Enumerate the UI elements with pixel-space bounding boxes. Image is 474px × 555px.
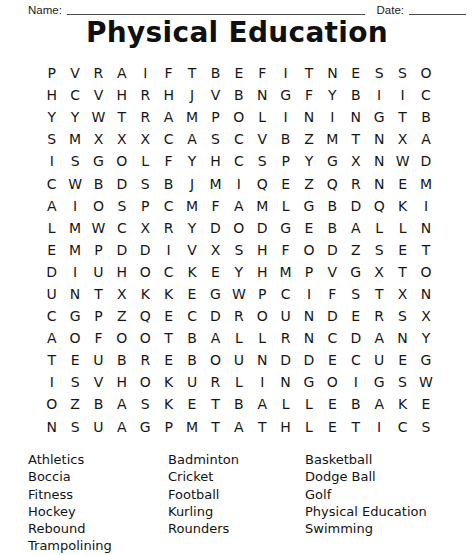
grid-cell-r2c10[interactable]: N [251,84,274,106]
grid-cell-r14c2[interactable]: E [63,349,86,371]
grid-cell-r3c9[interactable]: O [227,106,250,128]
grid-cell-r6c6[interactable]: B [157,172,180,194]
grid-cell-r3c3[interactable]: W [87,106,110,128]
grid-cell-r14c4[interactable]: B [110,349,133,371]
grid-cell-r13c6[interactable]: T [157,327,180,349]
grid-cell-r14c1[interactable]: T [40,349,63,371]
grid-cell-r11c17[interactable]: N [414,283,437,305]
grid-cell-r5c6[interactable]: F [157,150,180,172]
grid-cell-r11c4[interactable]: X [110,283,133,305]
grid-cell-r5c5[interactable]: L [134,150,157,172]
grid-cell-r4c7[interactable]: A [180,128,203,150]
grid-cell-r8c11[interactable]: G [274,217,297,239]
grid-cell-r2c15[interactable]: I [367,84,390,106]
grid-cell-r2c2[interactable]: C [63,84,86,106]
grid-cell-r17c3[interactable]: U [87,416,110,438]
grid-cell-r17c8[interactable]: T [204,416,227,438]
grid-cell-r4c6[interactable]: C [157,128,180,150]
grid-cell-r8c9[interactable]: O [227,217,250,239]
grid-cell-r4c12[interactable]: Z [297,128,320,150]
grid-cell-r6c9[interactable]: I [227,172,250,194]
grid-cell-r16c13[interactable]: E [321,393,344,415]
grid-cell-r9c2[interactable]: M [63,239,86,261]
grid-cell-r8c16[interactable]: L [391,217,414,239]
grid-cell-r15c13[interactable]: O [321,371,344,393]
grid-cell-r10c8[interactable]: E [204,261,227,283]
grid-cell-r1c10[interactable]: F [251,62,274,84]
grid-cell-r16c6[interactable]: K [157,393,180,415]
grid-cell-r17c17[interactable]: S [414,416,437,438]
grid-cell-r11c12[interactable]: I [297,283,320,305]
grid-cell-r4c4[interactable]: X [110,128,133,150]
grid-cell-r2c13[interactable]: Y [321,84,344,106]
grid-cell-r10c17[interactable]: O [414,261,437,283]
grid-cell-r6c4[interactable]: D [110,172,133,194]
grid-cell-r12c14[interactable]: E [344,305,367,327]
grid-cell-r8c17[interactable]: N [414,217,437,239]
grid-cell-r8c3[interactable]: W [87,217,110,239]
grid-cell-r2c16[interactable]: I [391,84,414,106]
grid-cell-r16c12[interactable]: L [297,393,320,415]
grid-cell-r5c2[interactable]: S [63,150,86,172]
grid-cell-r5c17[interactable]: D [414,150,437,172]
grid-cell-r7c12[interactable]: G [297,195,320,217]
grid-cell-r17c1[interactable]: N [40,416,63,438]
grid-cell-r13c17[interactable]: Y [414,327,437,349]
grid-cell-r9c11[interactable]: F [274,239,297,261]
grid-cell-r3c10[interactable]: L [251,106,274,128]
word-item: Basketball [305,451,465,468]
grid-cell-r17c4[interactable]: A [110,416,133,438]
grid-cell-r16c8[interactable]: T [204,393,227,415]
grid-cell-r12c9[interactable]: R [227,305,250,327]
grid-cell-r10c6[interactable]: C [157,261,180,283]
grid-cell-r9c6[interactable]: I [157,239,180,261]
grid-cell-r2c7[interactable]: J [180,84,203,106]
grid-cell-r16c10[interactable]: A [251,393,274,415]
grid-cell-r12c4[interactable]: Z [110,305,133,327]
grid-cell-r15c3[interactable]: V [87,371,110,393]
grid-cell-r7c15[interactable]: Q [367,195,390,217]
grid-cell-r11c2[interactable]: N [63,283,86,305]
grid-cell-r12c8[interactable]: D [204,305,227,327]
grid-cell-r10c9[interactable]: Y [227,261,250,283]
grid-cell-r15c15[interactable]: G [367,371,390,393]
grid-cell-r9c14[interactable]: Z [344,239,367,261]
grid-cell-r10c13[interactable]: V [321,261,344,283]
grid-cell-r1c9[interactable]: E [227,62,250,84]
grid-cell-r9c17[interactable]: T [414,239,437,261]
grid-cell-r17c5[interactable]: G [134,416,157,438]
grid-cell-r8c1[interactable]: L [40,217,63,239]
grid-cell-r13c10[interactable]: L [251,327,274,349]
grid-cell-r9c4[interactable]: D [110,239,133,261]
grid-cell-r3c11[interactable]: I [274,106,297,128]
grid-cell-r3c16[interactable]: T [391,106,414,128]
grid-cell-r8c5[interactable]: X [134,217,157,239]
grid-cell-r4c9[interactable]: C [227,128,250,150]
grid-cell-r6c16[interactable]: E [391,172,414,194]
grid-cell-r8c15[interactable]: L [367,217,390,239]
grid-cell-r10c2[interactable]: I [63,261,86,283]
grid-cell-r8c14[interactable]: A [344,217,367,239]
grid-cell-r14c11[interactable]: D [274,349,297,371]
grid-cell-r10c10[interactable]: H [251,261,274,283]
grid-cell-r6c13[interactable]: Q [321,172,344,194]
grid-cell-r10c3[interactable]: U [87,261,110,283]
grid-cell-r3c5[interactable]: R [134,106,157,128]
grid-cell-r1c17[interactable]: O [414,62,437,84]
grid-cell-r11c16[interactable]: X [391,283,414,305]
grid-cell-r13c5[interactable]: O [134,327,157,349]
grid-cell-r12c13[interactable]: D [321,305,344,327]
grid-cell-r15c8[interactable]: R [204,371,227,393]
grid-cell-r5c1[interactable]: I [40,150,63,172]
grid-cell-r2c8[interactable]: V [204,84,227,106]
grid-cell-r11c13[interactable]: F [321,283,344,305]
grid-cell-r1c7[interactable]: T [180,62,203,84]
grid-cell-r14c13[interactable]: E [321,349,344,371]
grid-cell-r5c14[interactable]: X [344,150,367,172]
grid-cell-r6c17[interactable]: M [414,172,437,194]
grid-cell-r6c12[interactable]: Z [297,172,320,194]
grid-cell-r7c1[interactable]: A [40,195,63,217]
grid-cell-r8c7[interactable]: Y [180,217,203,239]
grid-cell-r7c13[interactable]: B [321,195,344,217]
grid-cell-r11c5[interactable]: K [134,283,157,305]
grid-cell-r16c11[interactable]: L [274,393,297,415]
grid-cell-r10c4[interactable]: H [110,261,133,283]
grid-cell-r14c14[interactable]: C [344,349,367,371]
grid-cell-r3c1[interactable]: Y [40,106,63,128]
grid-cell-r1c15[interactable]: S [367,62,390,84]
grid-cell-r4c17[interactable]: A [414,128,437,150]
grid-cell-r15c17[interactable]: W [414,371,437,393]
grid-cell-r8c8[interactable]: D [204,217,227,239]
grid-cell-r9c3[interactable]: P [87,239,110,261]
grid-cell-r3c8[interactable]: P [204,106,227,128]
grid-cell-r16c14[interactable]: B [344,393,367,415]
grid-cell-r10c14[interactable]: G [344,261,367,283]
grid-cell-r12c2[interactable]: G [63,305,86,327]
grid-cell-r1c5[interactable]: I [134,62,157,84]
grid-cell-r9c15[interactable]: S [367,239,390,261]
grid-cell-r12c5[interactable]: Q [134,305,157,327]
grid-cell-r3c2[interactable]: Y [63,106,86,128]
grid-cell-r1c16[interactable]: S [391,62,414,84]
grid-cell-r17c12[interactable]: L [297,416,320,438]
grid-cell-r14c7[interactable]: B [180,349,203,371]
grid-cell-r17c11[interactable]: H [274,416,297,438]
grid-cell-r4c11[interactable]: B [274,128,297,150]
grid-cell-r16c5[interactable]: S [134,393,157,415]
grid-cell-r14c9[interactable]: U [227,349,250,371]
grid-cell-r9c16[interactable]: E [391,239,414,261]
grid-cell-r10c1[interactable]: D [40,261,63,283]
grid-cell-r14c6[interactable]: E [157,349,180,371]
grid-cell-r6c15[interactable]: N [367,172,390,194]
date-input-line[interactable] [409,2,466,15]
grid-cell-r4c16[interactable]: X [391,128,414,150]
grid-cell-r2c6[interactable]: H [157,84,180,106]
grid-cell-r1c11[interactable]: I [274,62,297,84]
grid-cell-r8c4[interactable]: C [110,217,133,239]
grid-cell-r10c11[interactable]: M [274,261,297,283]
grid-cell-r9c9[interactable]: S [227,239,250,261]
grid-cell-r1c4[interactable]: A [110,62,133,84]
grid-cell-r15c16[interactable]: S [391,371,414,393]
grid-cell-r2c17[interactable]: C [414,84,437,106]
grid-cell-r14c12[interactable]: D [297,349,320,371]
grid-cell-r5c13[interactable]: G [321,150,344,172]
grid-cell-r6c3[interactable]: B [87,172,110,194]
grid-cell-r16c1[interactable]: O [40,393,63,415]
grid-cell-r13c1[interactable]: A [40,327,63,349]
grid-cell-r5c3[interactable]: G [87,150,110,172]
grid-cell-r3c15[interactable]: G [367,106,390,128]
grid-cell-r13c4[interactable]: O [110,327,133,349]
grid-cell-r4c5[interactable]: X [134,128,157,150]
grid-cell-r6c7[interactable]: J [180,172,203,194]
grid-cell-r4c1[interactable]: S [40,128,63,150]
grid-cell-r12c17[interactable]: X [414,305,437,327]
grid-cell-r3c6[interactable]: A [157,106,180,128]
grid-cell-r1c14[interactable]: E [344,62,367,84]
grid-cell-r16c9[interactable]: B [227,393,250,415]
word-item: Physical Education [305,503,465,520]
grid-cell-r2c14[interactable]: B [344,84,367,106]
grid-cell-r16c15[interactable]: A [367,393,390,415]
grid-cell-r15c12[interactable]: G [297,371,320,393]
grid-cell-r17c6[interactable]: P [157,416,180,438]
grid-cell-r8c12[interactable]: E [297,217,320,239]
grid-cell-r16c2[interactable]: Z [63,393,86,415]
grid-cell-r12c1[interactable]: C [40,305,63,327]
grid-cell-r6c8[interactable]: M [204,172,227,194]
grid-cell-r7c16[interactable]: K [391,195,414,217]
grid-cell-r8c2[interactable]: M [63,217,86,239]
grid-cell-r13c3[interactable]: F [87,327,110,349]
grid-cell-r2c3[interactable]: V [87,84,110,106]
grid-cell-r14c16[interactable]: E [391,349,414,371]
grid-cell-r15c4[interactable]: H [110,371,133,393]
grid-cell-r10c12[interactable]: P [297,261,320,283]
grid-cell-r7c2[interactable]: I [63,195,86,217]
grid-cell-r15c11[interactable]: N [274,371,297,393]
grid-cell-r16c16[interactable]: K [391,393,414,415]
grid-cell-r11c11[interactable]: C [274,283,297,305]
grid-cell-r5c4[interactable]: O [110,150,133,172]
grid-cell-r11c1[interactable]: U [40,283,63,305]
grid-cell-r17c9[interactable]: A [227,416,250,438]
grid-cell-r7c11[interactable]: L [274,195,297,217]
grid-cell-r17c13[interactable]: E [321,416,344,438]
grid-cell-r17c15[interactable]: I [367,416,390,438]
grid-cell-r2c12[interactable]: F [297,84,320,106]
grid-cell-r9c7[interactable]: V [180,239,203,261]
grid-cell-r8c10[interactable]: D [251,217,274,239]
grid-cell-r3c13[interactable]: I [321,106,344,128]
grid-cell-r8c13[interactable]: B [321,217,344,239]
grid-cell-r15c1[interactable]: I [40,371,63,393]
grid-cell-r15c10[interactable]: I [251,371,274,393]
grid-cell-r7c3[interactable]: O [87,195,110,217]
grid-cell-r15c2[interactable]: S [63,371,86,393]
grid-cell-r7c6[interactable]: C [157,195,180,217]
grid-cell-r4c3[interactable]: X [87,128,110,150]
grid-cell-r6c5[interactable]: S [134,172,157,194]
grid-cell-r12c15[interactable]: R [367,305,390,327]
grid-cell-r6c14[interactable]: R [344,172,367,194]
grid-cell-r5c15[interactable]: N [367,150,390,172]
grid-cell-r7c7[interactable]: M [180,195,203,217]
grid-cell-r12c3[interactable]: P [87,305,110,327]
grid-cell-r9c8[interactable]: X [204,239,227,261]
grid-cell-r9c1[interactable]: E [40,239,63,261]
name-label: Name: [28,4,62,16]
grid-cell-r1c12[interactable]: T [297,62,320,84]
grid-cell-r1c13[interactable]: N [321,62,344,84]
grid-cell-r9c10[interactable]: H [251,239,274,261]
grid-cell-r13c9[interactable]: L [227,327,250,349]
grid-cell-r10c15[interactable]: X [367,261,390,283]
grid-cell-r13c7[interactable]: B [180,327,203,349]
grid-cell-r5c7[interactable]: Y [180,150,203,172]
grid-cell-r6c11[interactable]: E [274,172,297,194]
grid-cell-r4c13[interactable]: M [321,128,344,150]
grid-cell-r13c13[interactable]: C [321,327,344,349]
grid-cell-r9c13[interactable]: D [321,239,344,261]
grid-cell-r12c11[interactable]: U [274,305,297,327]
word-item: Cricket [168,468,305,485]
word-item: Dodge Ball [305,468,465,485]
word-item: Athletics [28,451,168,468]
grid-cell-r16c3[interactable]: B [87,393,110,415]
grid-cell-r17c14[interactable]: T [344,416,367,438]
grid-cell-r4c8[interactable]: S [204,128,227,150]
word-item: Rebound [28,520,168,537]
grid-cell-r13c8[interactable]: A [204,327,227,349]
grid-cell-r15c7[interactable]: U [180,371,203,393]
grid-cell-r2c5[interactable]: R [134,84,157,106]
grid-cell-r14c8[interactable]: O [204,349,227,371]
grid-cell-r4c14[interactable]: T [344,128,367,150]
grid-cell-r14c5[interactable]: R [134,349,157,371]
grid-cell-r8c6[interactable]: R [157,217,180,239]
word-item: Hockey [28,503,168,520]
grid-cell-r6c1[interactable]: C [40,172,63,194]
grid-cell-r11c9[interactable]: W [227,283,250,305]
grid-cell-r7c10[interactable]: M [251,195,274,217]
grid-cell-r11c10[interactable]: P [251,283,274,305]
grid-cell-r13c12[interactable]: N [297,327,320,349]
grid-cell-r5c11[interactable]: P [274,150,297,172]
grid-cell-r7c9[interactable]: A [227,195,250,217]
grid-cell-r3c4[interactable]: T [110,106,133,128]
grid-cell-r1c2[interactable]: V [63,62,86,84]
grid-cell-r7c14[interactable]: D [344,195,367,217]
grid-cell-r1c1[interactable]: P [40,62,63,84]
grid-cell-r13c15[interactable]: A [367,327,390,349]
grid-cell-r13c11[interactable]: R [274,327,297,349]
grid-cell-r4c2[interactable]: M [63,128,86,150]
grid-cell-r17c16[interactable]: C [391,416,414,438]
grid-cell-r14c17[interactable]: G [414,349,437,371]
grid-cell-r1c6[interactable]: F [157,62,180,84]
grid-cell-r10c16[interactable]: T [391,261,414,283]
grid-cell-r15c5[interactable]: O [134,371,157,393]
grid-cell-r11c3[interactable]: T [87,283,110,305]
grid-cell-r4c10[interactable]: V [251,128,274,150]
grid-cell-r16c17[interactable]: E [414,393,437,415]
grid-cell-r14c15[interactable]: U [367,349,390,371]
grid-cell-r3c12[interactable]: N [297,106,320,128]
grid-cell-r9c12[interactable]: O [297,239,320,261]
grid-cell-r3c14[interactable]: N [344,106,367,128]
grid-cell-r11c8[interactable]: G [204,283,227,305]
grid-cell-r2c9[interactable]: B [227,84,250,106]
grid-cell-r13c16[interactable]: N [391,327,414,349]
grid-cell-r12c12[interactable]: N [297,305,320,327]
grid-cell-r12c10[interactable]: O [251,305,274,327]
grid-cell-r2c11[interactable]: G [274,84,297,106]
grid-cell-r16c4[interactable]: A [110,393,133,415]
grid-cell-r12c16[interactable]: S [391,305,414,327]
grid-cell-r15c9[interactable]: L [227,371,250,393]
grid-cell-r5c10[interactable]: S [251,150,274,172]
grid-cell-r5c16[interactable]: W [391,150,414,172]
word-list-column-3: BasketballDodge BallGolfPhysical Educati… [305,451,465,555]
grid-cell-r3c17[interactable]: B [414,106,437,128]
grid-cell-r6c2[interactable]: W [63,172,86,194]
grid-cell-r5c9[interactable]: C [227,150,250,172]
grid-cell-r11c14[interactable]: S [344,283,367,305]
grid-cell-r7c5[interactable]: P [134,195,157,217]
grid-cell-r7c8[interactable]: F [204,195,227,217]
grid-cell-r2c4[interactable]: H [110,84,133,106]
grid-cell-r4c15[interactable]: N [367,128,390,150]
grid-cell-r11c15[interactable]: T [367,283,390,305]
name-input-line[interactable] [67,2,365,15]
grid-cell-r10c5[interactable]: O [134,261,157,283]
grid-cell-r2c1[interactable]: H [40,84,63,106]
grid-cell-r7c4[interactable]: S [110,195,133,217]
grid-cell-r13c2[interactable]: O [63,327,86,349]
grid-cell-r14c3[interactable]: U [87,349,110,371]
grid-cell-r17c2[interactable]: S [63,416,86,438]
grid-cell-r14c10[interactable]: N [251,349,274,371]
grid-cell-r13c14[interactable]: D [344,327,367,349]
grid-cell-r6c10[interactable]: Q [251,172,274,194]
grid-cell-r7c17[interactable]: I [414,195,437,217]
grid-cell-r12c6[interactable]: E [157,305,180,327]
grid-cell-r3c7[interactable]: M [180,106,203,128]
grid-cell-r11c7[interactable]: E [180,283,203,305]
grid-cell-r17c7[interactable]: M [180,416,203,438]
grid-cell-r1c8[interactable]: B [204,62,227,84]
grid-cell-r5c12[interactable]: Y [297,150,320,172]
grid-cell-r5c8[interactable]: H [204,150,227,172]
grid-cell-r9c5[interactable]: D [134,239,157,261]
grid-cell-r10c7[interactable]: K [180,261,203,283]
grid-cell-r15c6[interactable]: K [157,371,180,393]
grid-cell-r12c7[interactable]: C [180,305,203,327]
grid-cell-r17c10[interactable]: T [251,416,274,438]
grid-cell-r16c7[interactable]: E [180,393,203,415]
grid-cell-r15c14[interactable]: I [344,371,367,393]
grid-cell-r11c6[interactable]: K [157,283,180,305]
grid-cell-r1c3[interactable]: R [87,62,110,84]
